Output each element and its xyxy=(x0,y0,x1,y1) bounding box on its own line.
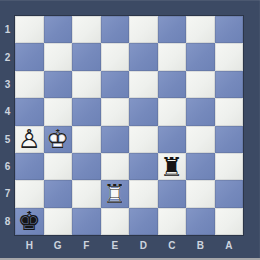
square-b4[interactable] xyxy=(186,98,215,125)
square-a5[interactable] xyxy=(215,126,244,153)
square-g4[interactable] xyxy=(44,98,73,125)
square-d7[interactable] xyxy=(129,180,158,207)
rank-label-7: 7 xyxy=(0,180,15,207)
square-h8[interactable]: ♚ xyxy=(15,208,44,235)
black-king-icon[interactable]: ♚ xyxy=(15,208,44,235)
square-a8[interactable] xyxy=(215,208,244,235)
square-b3[interactable] xyxy=(186,71,215,98)
piece-outline: ♔ xyxy=(44,126,73,153)
square-f8[interactable] xyxy=(72,208,101,235)
piece-outline: ♙ xyxy=(15,126,44,153)
square-c2[interactable] xyxy=(158,43,187,70)
square-b5[interactable] xyxy=(186,126,215,153)
square-f5[interactable] xyxy=(72,126,101,153)
square-d3[interactable] xyxy=(129,71,158,98)
square-a1[interactable] xyxy=(215,16,244,43)
square-f6[interactable] xyxy=(72,153,101,180)
square-g1[interactable] xyxy=(44,16,73,43)
square-h7[interactable] xyxy=(15,180,44,207)
rank-label-3: 3 xyxy=(0,71,15,98)
square-a4[interactable] xyxy=(215,98,244,125)
square-b8[interactable] xyxy=(186,208,215,235)
file-label-g: G xyxy=(44,235,73,255)
square-h1[interactable] xyxy=(15,16,44,43)
white-pawn-icon[interactable]: ♟♙ xyxy=(15,126,44,153)
piece-solid: ♜ xyxy=(158,153,187,180)
square-e1[interactable] xyxy=(101,16,130,43)
square-d4[interactable] xyxy=(129,98,158,125)
square-e7[interactable]: ♜♖ xyxy=(101,180,130,207)
square-g2[interactable] xyxy=(44,43,73,70)
square-f7[interactable] xyxy=(72,180,101,207)
square-d6[interactable] xyxy=(129,153,158,180)
rank-labels: 12345678 xyxy=(0,16,15,235)
piece-solid: ♚ xyxy=(15,208,44,235)
square-f1[interactable] xyxy=(72,16,101,43)
square-f4[interactable] xyxy=(72,98,101,125)
square-g5[interactable]: ♚♔ xyxy=(44,126,73,153)
rank-label-2: 2 xyxy=(0,43,15,70)
square-b6[interactable] xyxy=(186,153,215,180)
square-b1[interactable] xyxy=(186,16,215,43)
file-label-a: A xyxy=(215,235,244,255)
piece-outline: ♖ xyxy=(101,180,130,207)
square-h3[interactable] xyxy=(15,71,44,98)
square-c1[interactable] xyxy=(158,16,187,43)
square-g8[interactable] xyxy=(44,208,73,235)
square-e6[interactable] xyxy=(101,153,130,180)
square-c6[interactable]: ♜ xyxy=(158,153,187,180)
square-d5[interactable] xyxy=(129,126,158,153)
square-f3[interactable] xyxy=(72,71,101,98)
square-e8[interactable] xyxy=(101,208,130,235)
square-a3[interactable] xyxy=(215,71,244,98)
square-g7[interactable] xyxy=(44,180,73,207)
square-d8[interactable] xyxy=(129,208,158,235)
square-h5[interactable]: ♟♙ xyxy=(15,126,44,153)
square-d1[interactable] xyxy=(129,16,158,43)
square-e3[interactable] xyxy=(101,71,130,98)
square-d2[interactable] xyxy=(129,43,158,70)
square-e4[interactable] xyxy=(101,98,130,125)
square-a6[interactable] xyxy=(215,153,244,180)
square-h4[interactable] xyxy=(15,98,44,125)
square-h6[interactable] xyxy=(15,153,44,180)
square-g6[interactable] xyxy=(44,153,73,180)
square-e2[interactable] xyxy=(101,43,130,70)
file-labels: HGFEDCBA xyxy=(15,235,243,255)
file-label-h: H xyxy=(15,235,44,255)
square-b2[interactable] xyxy=(186,43,215,70)
piece-fill: ♜ xyxy=(101,180,130,207)
chess-board-frame: 12345678 ♟♙♚♔♜♜♖♚ HGFEDCBA xyxy=(0,0,260,260)
rank-label-1: 1 xyxy=(0,16,15,43)
square-c5[interactable] xyxy=(158,126,187,153)
white-king-icon[interactable]: ♚♔ xyxy=(44,126,73,153)
piece-fill: ♟ xyxy=(15,126,44,153)
square-e5[interactable] xyxy=(101,126,130,153)
file-label-b: B xyxy=(186,235,215,255)
square-c7[interactable] xyxy=(158,180,187,207)
rank-label-5: 5 xyxy=(0,126,15,153)
black-rook-icon[interactable]: ♜ xyxy=(158,153,187,180)
square-g3[interactable] xyxy=(44,71,73,98)
square-c3[interactable] xyxy=(158,71,187,98)
square-f2[interactable] xyxy=(72,43,101,70)
file-label-f: F xyxy=(72,235,101,255)
square-b7[interactable] xyxy=(186,180,215,207)
square-a2[interactable] xyxy=(215,43,244,70)
square-c8[interactable] xyxy=(158,208,187,235)
square-h2[interactable] xyxy=(15,43,44,70)
file-label-c: C xyxy=(158,235,187,255)
rank-label-4: 4 xyxy=(0,98,15,125)
rank-label-6: 6 xyxy=(0,153,15,180)
square-c4[interactable] xyxy=(158,98,187,125)
file-label-e: E xyxy=(101,235,130,255)
rank-label-8: 8 xyxy=(0,208,15,235)
square-a7[interactable] xyxy=(215,180,244,207)
file-label-d: D xyxy=(129,235,158,255)
piece-fill: ♚ xyxy=(44,126,73,153)
chess-board: ♟♙♚♔♜♜♖♚ xyxy=(15,16,243,235)
white-rook-icon[interactable]: ♜♖ xyxy=(101,180,130,207)
